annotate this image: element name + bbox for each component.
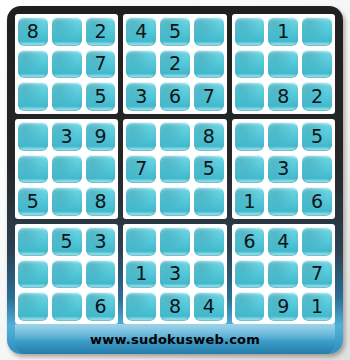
cell-r2c9[interactable] — [302, 50, 332, 79]
cell-r2c5[interactable]: 2 — [160, 50, 190, 79]
cell-r9c5[interactable]: 8 — [160, 292, 190, 321]
box-1: 8275 — [15, 14, 118, 114]
cell-r1c3[interactable]: 2 — [86, 17, 116, 46]
cell-r6c4[interactable] — [126, 187, 156, 216]
cell-r9c2[interactable] — [52, 292, 82, 321]
cell-r4c4[interactable] — [126, 122, 156, 151]
cell-r8c5[interactable]: 3 — [160, 260, 190, 289]
cell-r3c4[interactable]: 3 — [126, 82, 156, 111]
cell-r8c7[interactable] — [235, 260, 265, 289]
cell-r2c1[interactable] — [18, 50, 48, 79]
cell-r2c7[interactable] — [235, 50, 265, 79]
cell-r5c9[interactable] — [302, 155, 332, 184]
cell-r8c4[interactable]: 1 — [126, 260, 156, 289]
website-link[interactable]: www.sudokusweb.com — [90, 332, 260, 347]
cell-r6c8[interactable] — [268, 187, 298, 216]
box-8: 1384 — [123, 224, 226, 324]
cell-r8c9[interactable]: 7 — [302, 260, 332, 289]
cell-r7c6[interactable] — [194, 227, 224, 256]
cell-r8c2[interactable] — [52, 260, 82, 289]
cell-r3c8[interactable]: 8 — [268, 82, 298, 111]
cell-r4c1[interactable] — [18, 122, 48, 151]
cell-r9c1[interactable] — [18, 292, 48, 321]
cell-r5c2[interactable] — [52, 155, 82, 184]
cell-r3c7[interactable] — [235, 82, 265, 111]
cell-r2c2[interactable] — [52, 50, 82, 79]
cell-r6c3[interactable]: 8 — [86, 187, 116, 216]
cell-r5c3[interactable] — [86, 155, 116, 184]
cell-r1c4[interactable]: 4 — [126, 17, 156, 46]
cell-r7c4[interactable] — [126, 227, 156, 256]
cell-r2c3[interactable]: 7 — [86, 50, 116, 79]
cell-r4c8[interactable] — [268, 122, 298, 151]
cell-r6c2[interactable] — [52, 187, 82, 216]
cell-r4c9[interactable]: 5 — [302, 122, 332, 151]
cell-r9c3[interactable]: 6 — [86, 292, 116, 321]
cell-r7c2[interactable]: 5 — [52, 227, 82, 256]
box-2: 452367 — [123, 14, 226, 114]
cell-r2c6[interactable] — [194, 50, 224, 79]
cell-r6c7[interactable]: 1 — [235, 187, 265, 216]
cell-r1c8[interactable]: 1 — [268, 17, 298, 46]
cell-r4c5[interactable] — [160, 122, 190, 151]
cell-r4c2[interactable]: 3 — [52, 122, 82, 151]
cell-r5c8[interactable]: 3 — [268, 155, 298, 184]
cell-r4c7[interactable] — [235, 122, 265, 151]
cell-r4c3[interactable]: 9 — [86, 122, 116, 151]
cell-r3c3[interactable]: 5 — [86, 82, 116, 111]
cell-r6c6[interactable] — [194, 187, 224, 216]
cell-r4c6[interactable]: 8 — [194, 122, 224, 151]
cell-r5c6[interactable]: 5 — [194, 155, 224, 184]
cell-r3c6[interactable]: 7 — [194, 82, 224, 111]
cell-r1c9[interactable] — [302, 17, 332, 46]
cell-r6c9[interactable]: 6 — [302, 187, 332, 216]
box-9: 64791 — [232, 224, 335, 324]
cell-r7c9[interactable] — [302, 227, 332, 256]
cell-r7c3[interactable]: 3 — [86, 227, 116, 256]
cell-r8c1[interactable] — [18, 260, 48, 289]
cell-r9c6[interactable]: 4 — [194, 292, 224, 321]
cell-r9c9[interactable]: 1 — [302, 292, 332, 321]
cell-r1c2[interactable] — [52, 17, 82, 46]
box-5: 875 — [123, 119, 226, 219]
cell-r7c5[interactable] — [160, 227, 190, 256]
cell-r3c5[interactable]: 6 — [160, 82, 190, 111]
cell-r3c1[interactable] — [18, 82, 48, 111]
cell-r2c8[interactable] — [268, 50, 298, 79]
cell-r5c7[interactable] — [235, 155, 265, 184]
sudoku-grid: 827545236718239588755316536138464791 — [15, 14, 335, 324]
cell-r9c7[interactable] — [235, 292, 265, 321]
footer-bar: www.sudokusweb.com — [15, 324, 335, 354]
cell-r7c1[interactable] — [18, 227, 48, 256]
cell-r1c5[interactable]: 5 — [160, 17, 190, 46]
cell-r5c4[interactable]: 7 — [126, 155, 156, 184]
cell-r3c2[interactable] — [52, 82, 82, 111]
box-4: 3958 — [15, 119, 118, 219]
cell-r8c3[interactable] — [86, 260, 116, 289]
box-6: 5316 — [232, 119, 335, 219]
cell-r3c9[interactable]: 2 — [302, 82, 332, 111]
cell-r2c4[interactable] — [126, 50, 156, 79]
cell-r7c8[interactable]: 4 — [268, 227, 298, 256]
box-7: 536 — [15, 224, 118, 324]
cell-r8c6[interactable] — [194, 260, 224, 289]
cell-r5c5[interactable] — [160, 155, 190, 184]
cell-r9c8[interactable]: 9 — [268, 292, 298, 321]
cell-r1c1[interactable]: 8 — [18, 17, 48, 46]
cell-r5c1[interactable] — [18, 155, 48, 184]
cell-r6c5[interactable] — [160, 187, 190, 216]
cell-r6c1[interactable]: 5 — [18, 187, 48, 216]
page: 827545236718239588755316536138464791 www… — [0, 0, 350, 360]
cell-r1c7[interactable] — [235, 17, 265, 46]
box-3: 182 — [232, 14, 335, 114]
cell-r9c4[interactable] — [126, 292, 156, 321]
cell-r8c8[interactable] — [268, 260, 298, 289]
cell-r1c6[interactable] — [194, 17, 224, 46]
sudoku-board: 827545236718239588755316536138464791 www… — [7, 6, 343, 354]
cell-r7c7[interactable]: 6 — [235, 227, 265, 256]
